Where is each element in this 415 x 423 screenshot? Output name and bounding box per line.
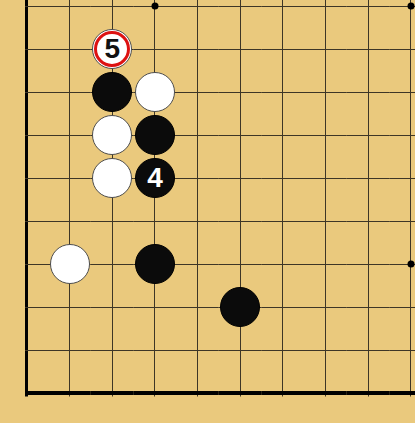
intersection[interactable] [347,200,390,243]
intersection[interactable] [176,28,219,71]
intersection[interactable] [176,71,219,114]
intersection[interactable] [134,329,177,372]
intersection[interactable] [304,114,347,157]
intersection[interactable] [347,28,390,71]
black-stone [220,287,260,327]
intersection[interactable] [304,372,347,415]
intersection[interactable]: 4 [134,157,177,200]
intersection[interactable] [262,329,305,372]
intersection[interactable] [347,243,390,286]
intersection[interactable] [304,329,347,372]
intersection[interactable] [48,286,91,329]
intersection[interactable] [304,200,347,243]
intersection[interactable] [134,71,177,114]
intersection[interactable] [347,329,390,372]
intersection[interactable] [134,0,177,28]
intersection[interactable] [6,372,49,415]
intersection[interactable] [48,329,91,372]
intersection[interactable] [48,28,91,71]
black-stone [135,244,175,284]
intersection[interactable] [134,286,177,329]
black-stone: 4 [135,158,175,198]
intersection[interactable] [134,28,177,71]
intersection[interactable] [219,243,262,286]
intersection[interactable] [176,329,219,372]
intersection[interactable] [304,0,347,28]
intersection[interactable] [304,71,347,114]
intersection[interactable] [390,329,415,372]
intersection[interactable] [91,200,134,243]
intersection[interactable] [347,114,390,157]
intersection[interactable] [262,372,305,415]
move-number: 4 [147,164,163,193]
intersection[interactable] [262,157,305,200]
intersection[interactable] [6,157,49,200]
white-stone: 5 [92,29,132,69]
intersection[interactable] [347,286,390,329]
intersection[interactable] [176,0,219,28]
intersection[interactable] [219,286,262,329]
goban-grid: 54 [6,0,415,415]
white-stone [92,115,132,155]
white-stone [50,244,90,284]
intersection[interactable] [262,286,305,329]
intersection[interactable] [91,71,134,114]
intersection[interactable] [134,243,177,286]
intersection[interactable] [6,329,49,372]
intersection[interactable] [219,114,262,157]
intersection[interactable] [262,243,305,286]
intersection[interactable] [347,157,390,200]
intersection[interactable] [134,372,177,415]
intersection[interactable] [219,157,262,200]
intersection[interactable] [91,157,134,200]
intersection[interactable] [390,114,415,157]
intersection[interactable] [176,286,219,329]
intersection[interactable] [6,243,49,286]
intersection[interactable] [219,28,262,71]
intersection[interactable] [347,71,390,114]
intersection[interactable] [176,372,219,415]
star-point [407,3,414,10]
intersection[interactable] [6,286,49,329]
white-stone [135,72,175,112]
intersection[interactable] [91,372,134,415]
intersection[interactable] [390,0,415,28]
intersection[interactable] [48,200,91,243]
intersection[interactable] [390,286,415,329]
white-stone [92,158,132,198]
intersection[interactable] [91,286,134,329]
intersection[interactable] [219,372,262,415]
star-point [151,3,158,10]
intersection[interactable] [91,0,134,28]
intersection[interactable] [48,0,91,28]
intersection[interactable] [390,28,415,71]
intersection[interactable] [48,157,91,200]
black-stone [135,115,175,155]
intersection[interactable] [91,243,134,286]
intersection[interactable] [134,114,177,157]
intersection[interactable] [134,200,177,243]
intersection[interactable] [91,114,134,157]
intersection[interactable] [48,71,91,114]
intersection[interactable] [347,372,390,415]
intersection[interactable] [219,71,262,114]
intersection[interactable] [91,329,134,372]
intersection[interactable] [6,28,49,71]
intersection[interactable] [6,0,49,28]
intersection[interactable] [390,372,415,415]
intersection[interactable]: 5 [91,28,134,71]
intersection[interactable] [48,114,91,157]
intersection[interactable] [262,114,305,157]
intersection[interactable] [48,243,91,286]
intersection[interactable] [6,114,49,157]
intersection[interactable] [304,28,347,71]
intersection[interactable] [6,71,49,114]
intersection[interactable] [176,243,219,286]
star-point [407,261,414,268]
intersection[interactable] [390,157,415,200]
intersection[interactable] [304,157,347,200]
intersection[interactable] [262,0,305,28]
intersection[interactable] [176,157,219,200]
intersection[interactable] [262,28,305,71]
intersection[interactable] [262,200,305,243]
intersection[interactable] [219,329,262,372]
go-board-diagram: 54 [0,0,415,423]
black-stone [92,72,132,112]
intersection[interactable] [390,71,415,114]
intersection[interactable] [219,0,262,28]
intersection[interactable] [6,200,49,243]
intersection[interactable] [262,71,305,114]
intersection[interactable] [304,243,347,286]
intersection[interactable] [176,114,219,157]
intersection[interactable] [219,200,262,243]
intersection[interactable] [176,200,219,243]
intersection[interactable] [304,286,347,329]
move-number: 5 [105,35,121,64]
intersection[interactable] [390,243,415,286]
intersection[interactable] [347,0,390,28]
intersection[interactable] [48,372,91,415]
intersection[interactable] [390,200,415,243]
